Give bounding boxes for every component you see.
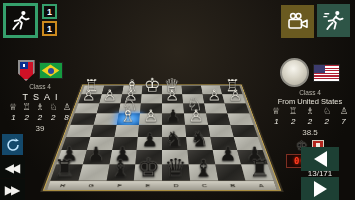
next-move-arrow-icon	[314, 181, 327, 197]
white-piece-a1: ♖	[225, 78, 240, 95]
file-label-A: A	[246, 183, 276, 188]
square-c4[interactable]: ♙	[184, 114, 208, 125]
black-piece-counts-item: 2	[289, 117, 298, 126]
square-d7[interactable]	[162, 150, 188, 165]
fast-forward-icon: ▶▶	[5, 183, 17, 197]
square-b7[interactable]: ♟	[212, 150, 241, 165]
square-f1[interactable]: ♗	[122, 86, 143, 95]
square-h6[interactable]	[62, 137, 91, 150]
square-d1[interactable]: ♕	[162, 86, 182, 95]
white-player-name: TSAI	[4, 92, 76, 102]
square-e2[interactable]	[141, 94, 162, 103]
square-f7[interactable]: ♟	[109, 150, 137, 165]
square-d5[interactable]	[162, 125, 186, 137]
square-d8[interactable]: ♛	[162, 164, 190, 180]
square-b6[interactable]	[210, 137, 238, 150]
black-piece-counts-item: 7	[339, 117, 348, 126]
run-move-button[interactable]	[3, 3, 38, 38]
rewind-icon: ◀◀	[5, 161, 17, 175]
game-screen: ♖♗♔♕♖♙♙♙♙♙♙♘♘♗♙♟♙♟♞♞♟♟♟♟♟♜♝♚♛♝♜ HGFEDCBA…	[0, 0, 355, 200]
square-d6[interactable]: ♞	[162, 137, 187, 150]
prev-move-arrow-icon	[314, 151, 327, 167]
file-label-E: E	[133, 183, 162, 188]
square-h8[interactable]: ♜	[50, 164, 82, 180]
square-a2[interactable]: ♙	[222, 94, 245, 103]
square-c8[interactable]: ♝	[188, 164, 217, 180]
board-frame: ♖♗♔♕♖♙♙♙♙♙♙♘♘♗♙♟♙♟♞♞♟♟♟♟♟♜♝♚♛♝♜ HGFEDCBA	[44, 85, 280, 190]
white-piece-f1: ♗	[124, 78, 139, 95]
file-label-H: H	[48, 183, 78, 188]
square-e6[interactable]: ♟	[137, 137, 162, 150]
next-move-button[interactable]	[301, 177, 339, 200]
square-b4[interactable]	[206, 114, 231, 125]
white-class-label: Class 4	[4, 83, 76, 90]
square-f3[interactable]: ♘	[118, 104, 141, 114]
square-d4[interactable]: ♟	[162, 114, 185, 125]
square-c5[interactable]	[185, 125, 210, 137]
square-f8[interactable]: ♝	[106, 164, 135, 180]
square-f2[interactable]: ♙	[120, 94, 142, 103]
square-f5[interactable]	[114, 125, 139, 137]
square-a5[interactable]	[231, 125, 258, 137]
camera-view-button[interactable]	[281, 5, 314, 38]
square-g3[interactable]	[96, 104, 120, 114]
orange-counter-value: 1	[47, 24, 52, 34]
black-piece-icons-item: ♗	[306, 107, 314, 116]
file-label-C: C	[190, 183, 219, 188]
runner-icon	[322, 9, 345, 32]
file-label-F: F	[105, 183, 134, 188]
black-material-score: 38.5	[267, 128, 353, 137]
white-piece-icons-item: ♙	[63, 103, 71, 112]
speed-play-button[interactable]	[317, 4, 350, 37]
black-piece-icons-item: ♘	[323, 107, 331, 116]
white-piece-icons-item: ♗	[36, 103, 44, 112]
square-c1[interactable]	[181, 86, 202, 95]
file-label-D: D	[162, 183, 191, 188]
square-g1[interactable]	[102, 86, 124, 95]
square-c6[interactable]: ♞	[186, 137, 212, 150]
black-piece-icons-item: ♖	[289, 107, 297, 116]
green-counter-value: 1	[47, 7, 52, 17]
white-piece-e1: ♔	[144, 76, 161, 95]
usa-flag	[313, 64, 340, 82]
black-piece-counts-item: 2	[322, 117, 331, 126]
square-d2[interactable]: ♙	[162, 94, 183, 103]
orange-counter-badge[interactable]: 1	[42, 21, 57, 36]
square-a7[interactable]: ♟	[237, 150, 267, 165]
white-piece-icons-item: ♘	[49, 103, 57, 112]
black-class-label: Class 4	[267, 89, 353, 96]
white-piece-counts-item: 2	[36, 113, 45, 122]
square-g2[interactable]: ♙	[99, 94, 122, 103]
previous-move-button[interactable]	[301, 147, 339, 171]
file-label-G: G	[76, 183, 105, 188]
square-e3[interactable]	[140, 104, 162, 114]
square-g7[interactable]: ♟	[83, 150, 112, 165]
black-from-label: From United States	[267, 97, 353, 106]
white-piece-h1: ♖	[84, 78, 99, 95]
square-b2[interactable]: ♙	[202, 94, 225, 103]
board-grid: ♖♗♔♕♖♙♙♙♙♙♙♘♘♗♙♟♙♟♞♞♟♟♟♟♟♜♝♚♛♝♜	[50, 86, 273, 181]
white-piece-counts: 12228	[4, 113, 76, 122]
black-piece-icons: ♕♖♗♘♙	[267, 107, 353, 116]
black-piece-counts: 12227	[267, 117, 353, 126]
square-g6[interactable]	[87, 137, 115, 150]
black-player-avatar	[280, 58, 309, 87]
square-c7[interactable]	[187, 150, 215, 165]
square-f4[interactable]: ♗	[116, 114, 140, 125]
white-piece-icons-item: ♕	[9, 103, 17, 112]
square-b5[interactable]	[208, 125, 234, 137]
white-piece-counts-item: 2	[22, 113, 31, 122]
square-e4[interactable]: ♙	[139, 114, 162, 125]
square-c3[interactable]: ♘	[183, 104, 206, 114]
file-label-B: B	[218, 183, 247, 188]
forward-to-end-button[interactable]: ▶▶	[0, 179, 25, 200]
black-piece-counts-item: 2	[306, 117, 315, 126]
square-c2[interactable]	[182, 94, 204, 103]
square-d3[interactable]	[162, 104, 184, 114]
white-piece-icons-item: ♖	[22, 103, 30, 112]
black-piece-counts-item: 1	[272, 117, 281, 126]
square-a1[interactable]: ♖	[220, 86, 242, 95]
video-camera-icon	[286, 10, 310, 34]
square-g4[interactable]	[93, 114, 118, 125]
black-piece-icons-item: ♙	[340, 107, 348, 116]
white-piece-counts-item: 1	[9, 113, 18, 122]
square-g5[interactable]	[90, 125, 116, 137]
rotate-board-button[interactable]	[2, 134, 23, 155]
square-h2[interactable]: ♙	[78, 94, 101, 103]
green-counter-badge[interactable]: 1	[42, 4, 57, 19]
square-b3[interactable]	[204, 104, 228, 114]
square-f6[interactable]	[112, 137, 138, 150]
square-a6[interactable]	[234, 137, 263, 150]
white-piece-counts-item: 8	[62, 113, 71, 122]
rewind-to-start-button[interactable]: ◀◀	[0, 157, 25, 178]
square-h3[interactable]	[75, 104, 100, 114]
file-labels: HGFEDCBA	[47, 181, 277, 190]
white-piece-d1: ♕	[164, 76, 180, 94]
square-e8[interactable]: ♚	[134, 164, 162, 180]
runner-icon	[9, 9, 32, 32]
square-h1[interactable]: ♖	[82, 86, 104, 95]
white-piece-icons: ♕♖♗♘♙	[4, 103, 76, 112]
square-e7[interactable]	[136, 150, 162, 165]
square-e5[interactable]	[138, 125, 162, 137]
brazil-flag	[39, 62, 63, 79]
white-piece-counts-item: 2	[49, 113, 58, 122]
square-b1[interactable]	[201, 86, 223, 95]
square-e1[interactable]: ♔	[142, 86, 162, 95]
square-g8[interactable]	[78, 164, 109, 180]
black-piece-icons-item: ♕	[272, 107, 280, 116]
white-player-panel: Class 4 TSAI ♕♖♗♘♙ 12228 39	[4, 60, 76, 133]
square-a4[interactable]	[228, 114, 254, 125]
white-material-score: 39	[4, 124, 76, 133]
rotate-board-icon	[5, 137, 21, 153]
chess-board: ♖♗♔♕♖♙♙♙♙♙♙♘♘♗♙♟♙♟♞♞♟♟♟♟♟♜♝♚♛♝♜ HGFEDCBA	[44, 85, 280, 190]
square-a3[interactable]	[225, 104, 250, 114]
taiwan-flag-shield	[18, 60, 35, 81]
